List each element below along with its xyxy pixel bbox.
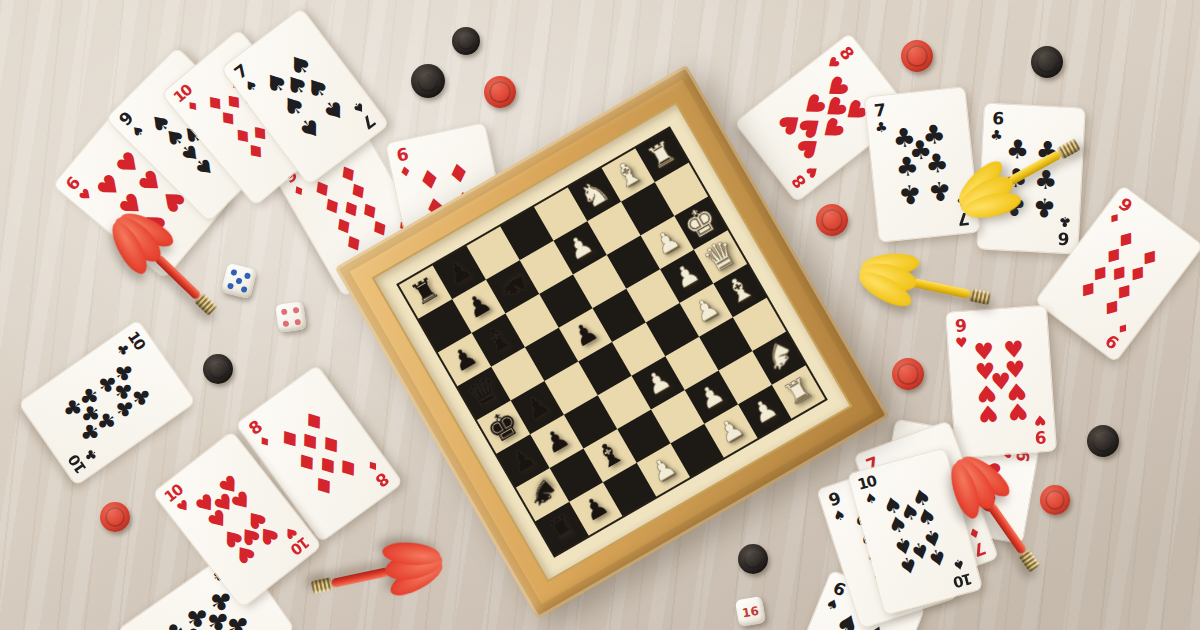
yellow-dart-upper-right[interactable] bbox=[947, 102, 1122, 233]
dart-needle bbox=[212, 310, 240, 337]
yellow-dart-right[interactable] bbox=[854, 243, 1031, 333]
dart-collar bbox=[1057, 138, 1081, 159]
dart-collar bbox=[969, 288, 991, 305]
dart-needle bbox=[277, 587, 313, 597]
dart-flights bbox=[936, 444, 1017, 527]
dart-collar bbox=[311, 578, 333, 595]
dart-needle bbox=[989, 297, 1025, 307]
table-surface: 9♦9♦♦♦♦♦♦♦♦♦♦6♥6♥♥♥♥♥♥♥9♠9♠♠♠♠♠♠♠♠♠♠10♦1… bbox=[0, 0, 1200, 630]
dart-shaft bbox=[913, 278, 972, 299]
dart-needle bbox=[1076, 125, 1109, 145]
red-dart-upper-left[interactable] bbox=[98, 198, 258, 356]
dart-flights bbox=[854, 243, 926, 311]
darts-layer bbox=[0, 0, 1200, 630]
dart-needle bbox=[1034, 568, 1057, 599]
red-dart-lower-left[interactable] bbox=[271, 533, 448, 623]
dart-collar bbox=[1019, 548, 1041, 572]
dart-flights bbox=[376, 533, 448, 601]
dart-flights bbox=[947, 153, 1028, 232]
red-dart-lower-right[interactable] bbox=[936, 444, 1079, 615]
